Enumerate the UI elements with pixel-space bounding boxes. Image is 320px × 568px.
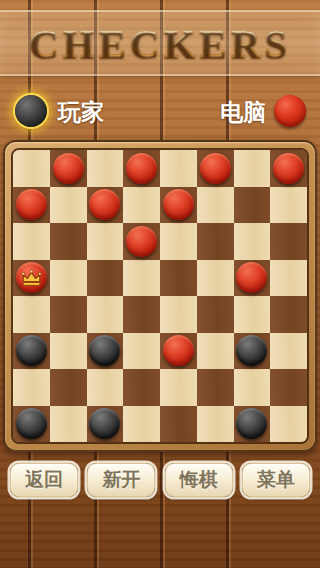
- checker-piece-red[interactable]: [163, 189, 194, 220]
- board-square[interactable]: [13, 333, 50, 370]
- board-square[interactable]: [160, 223, 197, 260]
- board-square[interactable]: [160, 187, 197, 224]
- board-square[interactable]: [87, 333, 124, 370]
- board-square[interactable]: [234, 296, 271, 333]
- title-banner: CHECKERS: [0, 10, 320, 76]
- board-square[interactable]: [270, 333, 307, 370]
- board-square[interactable]: [123, 333, 160, 370]
- board-square[interactable]: [270, 150, 307, 187]
- board-square[interactable]: [50, 260, 87, 297]
- board-square[interactable]: [197, 223, 234, 260]
- board-square[interactable]: [50, 369, 87, 406]
- board-square[interactable]: [160, 260, 197, 297]
- computer-red-piece: [274, 95, 306, 127]
- board-square[interactable]: [270, 187, 307, 224]
- new-game-button[interactable]: 新开: [87, 463, 155, 497]
- board-square[interactable]: [160, 333, 197, 370]
- board-square[interactable]: [87, 369, 124, 406]
- board-square[interactable]: [13, 223, 50, 260]
- board-square[interactable]: [197, 296, 234, 333]
- board-square[interactable]: [87, 296, 124, 333]
- board-square[interactable]: [270, 223, 307, 260]
- board-square[interactable]: [50, 333, 87, 370]
- checker-piece-black[interactable]: [236, 408, 267, 439]
- checker-piece-red[interactable]: [200, 153, 231, 184]
- board-square[interactable]: [13, 260, 50, 297]
- board-square[interactable]: [13, 150, 50, 187]
- board-square[interactable]: [234, 150, 271, 187]
- board-square[interactable]: [123, 187, 160, 224]
- checker-piece-red-king[interactable]: [16, 262, 47, 293]
- board-square[interactable]: [270, 296, 307, 333]
- bottom-toolbar: 返回 新开 悔棋 菜单: [10, 463, 310, 497]
- board-square[interactable]: [123, 223, 160, 260]
- checker-piece-red[interactable]: [273, 153, 304, 184]
- board-square[interactable]: [123, 369, 160, 406]
- checker-piece-black[interactable]: [89, 408, 120, 439]
- undo-button[interactable]: 悔棋: [165, 463, 233, 497]
- checker-piece-red[interactable]: [126, 226, 157, 257]
- board-square[interactable]: [87, 260, 124, 297]
- board-square[interactable]: [13, 187, 50, 224]
- board-square[interactable]: [160, 150, 197, 187]
- board-square[interactable]: [13, 296, 50, 333]
- board-square[interactable]: [270, 406, 307, 443]
- board-square[interactable]: [160, 406, 197, 443]
- player-label: 玩家: [58, 97, 104, 128]
- crown-icon: [21, 269, 42, 287]
- checker-piece-red[interactable]: [126, 153, 157, 184]
- board-square[interactable]: [270, 369, 307, 406]
- computer-label: 电脑: [220, 97, 266, 128]
- player-turn-indicator-black-piece: [15, 95, 47, 127]
- board-grid: [11, 148, 309, 444]
- board-square[interactable]: [50, 150, 87, 187]
- board-square[interactable]: [87, 223, 124, 260]
- back-button[interactable]: 返回: [10, 463, 78, 497]
- board-square[interactable]: [123, 406, 160, 443]
- checker-piece-red[interactable]: [236, 262, 267, 293]
- board-square[interactable]: [13, 406, 50, 443]
- board-square[interactable]: [197, 260, 234, 297]
- checker-piece-black[interactable]: [16, 408, 47, 439]
- board-square[interactable]: [160, 369, 197, 406]
- checker-piece-black[interactable]: [16, 335, 47, 366]
- board-square[interactable]: [234, 187, 271, 224]
- board-square[interactable]: [234, 260, 271, 297]
- board-square[interactable]: [123, 150, 160, 187]
- board-square[interactable]: [197, 187, 234, 224]
- board-square[interactable]: [270, 260, 307, 297]
- board-square[interactable]: [160, 296, 197, 333]
- board-square[interactable]: [123, 260, 160, 297]
- board-square[interactable]: [50, 187, 87, 224]
- board-square[interactable]: [197, 150, 234, 187]
- checker-piece-red[interactable]: [16, 189, 47, 220]
- checker-piece-black[interactable]: [236, 335, 267, 366]
- board-square[interactable]: [234, 406, 271, 443]
- app-title: CHECKERS: [29, 23, 291, 64]
- board-square[interactable]: [87, 187, 124, 224]
- board-square[interactable]: [197, 406, 234, 443]
- board-square[interactable]: [234, 333, 271, 370]
- board-square[interactable]: [50, 223, 87, 260]
- checkers-board: [3, 140, 317, 452]
- board-square[interactable]: [50, 296, 87, 333]
- board-square[interactable]: [123, 296, 160, 333]
- board-square[interactable]: [234, 223, 271, 260]
- board-square[interactable]: [87, 150, 124, 187]
- board-square[interactable]: [87, 406, 124, 443]
- board-square[interactable]: [50, 406, 87, 443]
- board-square[interactable]: [197, 369, 234, 406]
- board-square[interactable]: [234, 369, 271, 406]
- menu-button[interactable]: 菜单: [242, 463, 310, 497]
- checker-piece-red[interactable]: [89, 189, 120, 220]
- checker-piece-black[interactable]: [89, 335, 120, 366]
- board-square[interactable]: [197, 333, 234, 370]
- checker-piece-red[interactable]: [163, 335, 194, 366]
- checker-piece-red[interactable]: [53, 153, 84, 184]
- board-square[interactable]: [13, 369, 50, 406]
